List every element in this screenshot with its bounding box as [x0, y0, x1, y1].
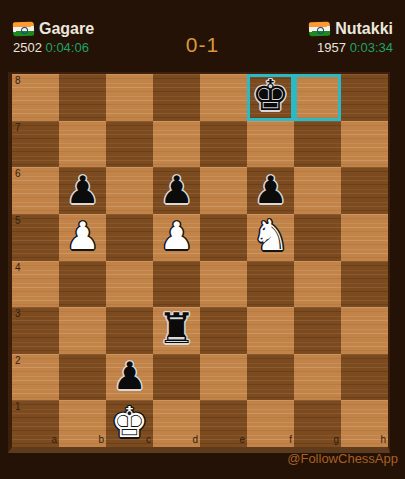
game-result: 0-1: [186, 33, 219, 57]
player-black-name: Nutakki: [335, 20, 393, 37]
square-g5: [294, 214, 341, 261]
player-white: Gagare 2502 0:04:06: [13, 20, 94, 55]
watermark: @FollowChessApp: [287, 451, 398, 466]
square-a7: [12, 121, 59, 168]
square-e8: [200, 74, 247, 121]
black-pawn: ♟: [112, 357, 146, 395]
black-pawn: ♟: [159, 171, 193, 209]
square-g6: [294, 167, 341, 214]
square-h3: [341, 307, 388, 354]
player-white-clock: 0:04:06: [46, 40, 89, 55]
square-h8: [341, 74, 388, 121]
square-c2: ♟: [106, 354, 153, 401]
square-f2: [247, 354, 294, 401]
square-c7: [106, 121, 153, 168]
square-f6: ♟: [247, 167, 294, 214]
square-b7: [59, 121, 106, 168]
player-black-rating: 1957: [317, 40, 346, 55]
square-b3: [59, 307, 106, 354]
square-h2: [341, 354, 388, 401]
square-h5: [341, 214, 388, 261]
square-c5: [106, 214, 153, 261]
white-pawn: ♟: [159, 217, 193, 255]
square-h4: [341, 261, 388, 308]
square-b5: ♟: [59, 214, 106, 261]
square-c8: [106, 74, 153, 121]
black-rook: ♜: [158, 308, 196, 350]
square-h7: [341, 121, 388, 168]
square-a1: [12, 400, 59, 447]
square-d1: [153, 400, 200, 447]
square-e3: [200, 307, 247, 354]
chess-board: ♚♟♟♟♟♟♞♜♟♚: [12, 74, 388, 447]
square-e1: [200, 400, 247, 447]
square-e2: [200, 354, 247, 401]
square-e5: [200, 214, 247, 261]
square-g2: [294, 354, 341, 401]
square-e6: [200, 167, 247, 214]
square-d8: [153, 74, 200, 121]
india-flag-icon: [13, 22, 34, 37]
black-pawn: ♟: [65, 171, 99, 209]
player-black: Nutakki 1957 0:03:34: [309, 20, 393, 55]
white-pawn: ♟: [65, 217, 99, 255]
square-d2: [153, 354, 200, 401]
square-f1: [247, 400, 294, 447]
square-c3: [106, 307, 153, 354]
game-header: Gagare 2502 0:04:06 0-1 Nutakki 1957 0:0…: [0, 0, 405, 62]
square-f7: [247, 121, 294, 168]
square-c6: [106, 167, 153, 214]
square-b8: [59, 74, 106, 121]
black-pawn: ♟: [253, 171, 287, 209]
square-g7: [294, 121, 341, 168]
player-white-stats: 2502 0:04:06: [13, 41, 94, 55]
square-d4: [153, 261, 200, 308]
square-d6: ♟: [153, 167, 200, 214]
square-d7: [153, 121, 200, 168]
square-a4: [12, 261, 59, 308]
player-black-clock: 0:03:34: [350, 40, 393, 55]
square-e4: [200, 261, 247, 308]
square-f3: [247, 307, 294, 354]
square-a3: [12, 307, 59, 354]
square-b2: [59, 354, 106, 401]
square-a8: [12, 74, 59, 121]
square-b6: ♟: [59, 167, 106, 214]
player-white-rating: 2502: [13, 40, 42, 55]
square-g8: [294, 74, 341, 121]
square-f5: ♞: [247, 214, 294, 261]
player-black-nameline: Nutakki: [309, 20, 393, 38]
square-f4: [247, 261, 294, 308]
square-a5: [12, 214, 59, 261]
square-g1: [294, 400, 341, 447]
square-g3: [294, 307, 341, 354]
square-b1: [59, 400, 106, 447]
black-king: ♚: [252, 75, 290, 117]
square-e7: [200, 121, 247, 168]
square-a2: [12, 354, 59, 401]
india-flag-icon: [309, 22, 330, 37]
square-g4: [294, 261, 341, 308]
white-king: ♚: [111, 402, 149, 444]
square-b4: [59, 261, 106, 308]
square-h6: [341, 167, 388, 214]
square-f8: ♚: [247, 74, 294, 121]
player-white-name: Gagare: [39, 20, 94, 37]
square-c4: [106, 261, 153, 308]
square-a6: [12, 167, 59, 214]
square-d3: ♜: [153, 307, 200, 354]
player-white-nameline: Gagare: [13, 20, 94, 38]
player-black-stats: 1957 0:03:34: [309, 41, 393, 55]
white-knight: ♞: [252, 215, 290, 257]
square-c1: ♚: [106, 400, 153, 447]
square-h1: [341, 400, 388, 447]
square-d5: ♟: [153, 214, 200, 261]
board-frame: ♚♟♟♟♟♟♞♜♟♚ 87654321abcdefgh: [8, 72, 390, 453]
